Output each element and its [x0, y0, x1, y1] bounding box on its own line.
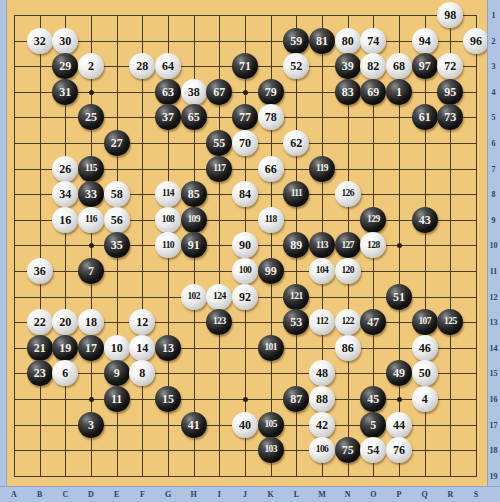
- move-number-label: 18: [85, 316, 97, 328]
- move-number-label: 28: [136, 60, 148, 72]
- stone-white-22: 22: [27, 309, 53, 335]
- move-number-label: 94: [419, 34, 431, 46]
- move-number-label: 115: [85, 163, 97, 173]
- stone-black-89: 89: [283, 232, 309, 258]
- move-number-label: 36: [34, 265, 46, 277]
- move-number-label: 91: [188, 239, 200, 251]
- stone-white-28: 28: [129, 53, 155, 79]
- move-number-label: 88: [316, 393, 328, 405]
- stone-white-124: 124: [206, 284, 232, 310]
- stone-white-36: 36: [27, 258, 53, 284]
- move-number-label: 81: [316, 34, 328, 46]
- stone-black-49: 49: [386, 360, 412, 386]
- row-label-7: 7: [487, 165, 500, 174]
- stone-white-12: 12: [129, 309, 155, 335]
- move-number-label: 62: [290, 137, 302, 149]
- move-number-label: 79: [265, 85, 277, 97]
- go-game-record-viewer: 9832305981807494962922864715239826897723…: [0, 0, 500, 502]
- move-number-label: 100: [239, 266, 251, 276]
- stone-white-32: 32: [27, 28, 53, 54]
- move-number-label: 63: [162, 85, 174, 97]
- row-label-5: 5: [487, 113, 500, 122]
- move-number-label: 83: [342, 85, 354, 97]
- stone-black-103: 103: [258, 437, 284, 463]
- move-number-label: 126: [341, 189, 353, 199]
- stone-white-6: 6: [52, 360, 78, 386]
- row-label-4: 4: [487, 88, 500, 97]
- grid-line-vertical: [476, 15, 477, 477]
- column-label-O: O: [366, 490, 380, 499]
- stone-white-34: 34: [52, 181, 78, 207]
- stone-black-41: 41: [181, 412, 207, 438]
- move-number-label: 8: [139, 367, 145, 379]
- stone-white-58: 58: [104, 181, 130, 207]
- move-number-label: 129: [367, 215, 379, 225]
- stone-black-129: 129: [360, 207, 386, 233]
- move-number-label: 6: [62, 367, 68, 379]
- stone-white-54: 54: [360, 437, 386, 463]
- stone-white-26: 26: [52, 156, 78, 182]
- move-number-label: 51: [393, 290, 405, 302]
- move-number-label: 48: [316, 367, 328, 379]
- stone-black-81: 81: [309, 28, 335, 54]
- move-number-label: 103: [264, 445, 276, 455]
- stone-white-42: 42: [309, 412, 335, 438]
- column-label-Q: Q: [418, 490, 432, 499]
- stone-black-53: 53: [283, 309, 309, 335]
- column-label-L: L: [289, 490, 303, 499]
- move-number-label: 30: [59, 34, 71, 46]
- stone-black-7: 7: [78, 258, 104, 284]
- stone-black-127: 127: [335, 232, 361, 258]
- stone-white-128: 128: [360, 232, 386, 258]
- column-label-M: M: [315, 490, 329, 499]
- stone-black-29: 29: [52, 53, 78, 79]
- stone-white-82: 82: [360, 53, 386, 79]
- stone-black-21: 21: [27, 335, 53, 361]
- stone-black-107: 107: [412, 309, 438, 335]
- stone-white-74: 74: [360, 28, 386, 54]
- stone-black-15: 15: [155, 386, 181, 412]
- move-number-label: 80: [342, 34, 354, 46]
- move-number-label: 41: [188, 418, 200, 430]
- column-label-J: J: [238, 490, 252, 499]
- move-number-label: 11: [111, 393, 122, 405]
- move-number-label: 95: [444, 85, 456, 97]
- stone-black-117: 117: [206, 156, 232, 182]
- stone-black-5: 5: [360, 412, 386, 438]
- move-number-label: 21: [34, 341, 46, 353]
- move-number-label: 9: [114, 367, 120, 379]
- move-number-label: 34: [59, 188, 71, 200]
- stone-black-17: 17: [78, 335, 104, 361]
- row-label-6: 6: [487, 139, 500, 148]
- stone-black-101: 101: [258, 335, 284, 361]
- stone-black-19: 19: [52, 335, 78, 361]
- move-number-label: 114: [162, 189, 174, 199]
- move-number-label: 116: [85, 215, 97, 225]
- stone-black-47: 47: [360, 309, 386, 335]
- stone-white-108: 108: [155, 207, 181, 233]
- column-label-S: S: [469, 490, 483, 499]
- stone-black-9: 9: [104, 360, 130, 386]
- stone-white-16: 16: [52, 207, 78, 233]
- stone-black-125: 125: [437, 309, 463, 335]
- move-number-label: 59: [290, 34, 302, 46]
- move-number-label: 85: [188, 188, 200, 200]
- stone-black-61: 61: [412, 104, 438, 130]
- stone-black-55: 55: [206, 130, 232, 156]
- row-label-3: 3: [487, 62, 500, 71]
- move-number-label: 58: [111, 188, 123, 200]
- move-number-label: 78: [265, 111, 277, 123]
- star-point: [243, 90, 248, 95]
- stone-black-69: 69: [360, 79, 386, 105]
- move-number-label: 70: [239, 137, 251, 149]
- stone-white-122: 122: [335, 309, 361, 335]
- stone-black-63: 63: [155, 79, 181, 105]
- stone-black-121: 121: [283, 284, 309, 310]
- column-label-D: D: [84, 490, 98, 499]
- column-label-N: N: [341, 490, 355, 499]
- stone-white-10: 10: [104, 335, 130, 361]
- move-number-label: 66: [265, 162, 277, 174]
- stone-white-106: 106: [309, 437, 335, 463]
- move-number-label: 72: [444, 60, 456, 72]
- row-label-1: 1: [487, 11, 500, 20]
- move-number-label: 102: [187, 291, 199, 301]
- stone-black-67: 67: [206, 79, 232, 105]
- stone-white-116: 116: [78, 207, 104, 233]
- move-number-label: 5: [370, 418, 376, 430]
- stone-white-84: 84: [232, 181, 258, 207]
- move-number-label: 53: [290, 316, 302, 328]
- move-number-label: 122: [341, 317, 353, 327]
- move-number-label: 120: [341, 266, 353, 276]
- move-number-label: 74: [367, 34, 379, 46]
- stone-white-20: 20: [52, 309, 78, 335]
- move-number-label: 46: [419, 341, 431, 353]
- move-number-label: 75: [342, 444, 354, 456]
- move-number-label: 49: [393, 367, 405, 379]
- move-number-label: 40: [239, 418, 251, 430]
- stone-white-102: 102: [181, 284, 207, 310]
- stone-white-46: 46: [412, 335, 438, 361]
- move-number-label: 84: [239, 188, 251, 200]
- stone-black-113: 113: [309, 232, 335, 258]
- stone-black-37: 37: [155, 104, 181, 130]
- move-number-label: 73: [444, 111, 456, 123]
- row-label-8: 8: [487, 190, 500, 199]
- stone-white-4: 4: [412, 386, 438, 412]
- stone-white-44: 44: [386, 412, 412, 438]
- move-number-label: 125: [444, 317, 456, 327]
- stone-black-1: 1: [386, 79, 412, 105]
- column-label-A: A: [7, 490, 21, 499]
- move-number-label: 61: [419, 111, 431, 123]
- stone-black-83: 83: [335, 79, 361, 105]
- move-number-label: 15: [162, 393, 174, 405]
- row-label-13: 13: [487, 318, 500, 327]
- stone-white-8: 8: [129, 360, 155, 386]
- move-number-label: 55: [213, 137, 225, 149]
- star-point: [89, 397, 94, 402]
- move-number-label: 31: [59, 85, 71, 97]
- move-number-label: 90: [239, 239, 251, 251]
- stone-white-40: 40: [232, 412, 258, 438]
- star-point: [89, 90, 94, 95]
- move-number-label: 107: [418, 317, 430, 327]
- stone-white-110: 110: [155, 232, 181, 258]
- stone-black-25: 25: [78, 104, 104, 130]
- stone-black-23: 23: [27, 360, 53, 386]
- left-margin-strip: [0, 0, 7, 502]
- stone-white-30: 30: [52, 28, 78, 54]
- column-label-R: R: [443, 490, 457, 499]
- stone-white-94: 94: [412, 28, 438, 54]
- move-number-label: 71: [239, 60, 251, 72]
- stone-black-31: 31: [52, 79, 78, 105]
- stone-black-115: 115: [78, 156, 104, 182]
- stone-black-77: 77: [232, 104, 258, 130]
- move-number-label: 99: [265, 265, 277, 277]
- stone-white-50: 50: [412, 360, 438, 386]
- move-number-label: 119: [316, 163, 328, 173]
- column-label-I: I: [212, 490, 226, 499]
- move-number-label: 113: [316, 240, 328, 250]
- move-number-label: 43: [419, 213, 431, 225]
- move-number-label: 124: [213, 291, 225, 301]
- move-number-label: 10: [111, 341, 123, 353]
- move-number-label: 123: [213, 317, 225, 327]
- move-number-label: 23: [34, 367, 46, 379]
- move-number-label: 87: [290, 393, 302, 405]
- stone-black-97: 97: [412, 53, 438, 79]
- column-label-P: P: [392, 490, 406, 499]
- stone-black-51: 51: [386, 284, 412, 310]
- stone-white-86: 86: [335, 335, 361, 361]
- row-label-10: 10: [487, 241, 500, 250]
- move-number-label: 118: [265, 215, 277, 225]
- move-number-label: 97: [419, 60, 431, 72]
- move-number-label: 3: [88, 418, 94, 430]
- stone-black-123: 123: [206, 309, 232, 335]
- move-number-label: 77: [239, 111, 251, 123]
- move-number-label: 127: [341, 240, 353, 250]
- move-number-label: 4: [422, 393, 428, 405]
- move-number-label: 26: [59, 162, 71, 174]
- row-label-14: 14: [487, 344, 500, 353]
- stone-black-33: 33: [78, 181, 104, 207]
- stone-white-70: 70: [232, 130, 258, 156]
- move-number-label: 82: [367, 60, 379, 72]
- stone-white-14: 14: [129, 335, 155, 361]
- move-number-label: 13: [162, 341, 174, 353]
- move-number-label: 56: [111, 213, 123, 225]
- move-number-label: 37: [162, 111, 174, 123]
- stone-white-76: 76: [386, 437, 412, 463]
- row-label-2: 2: [487, 37, 500, 46]
- column-label-B: B: [33, 490, 47, 499]
- column-label-K: K: [264, 490, 278, 499]
- stone-white-80: 80: [335, 28, 361, 54]
- stone-black-85: 85: [181, 181, 207, 207]
- move-number-label: 52: [290, 60, 302, 72]
- move-number-label: 47: [367, 316, 379, 328]
- star-point: [397, 243, 402, 248]
- move-number-label: 92: [239, 290, 251, 302]
- move-number-label: 76: [393, 444, 405, 456]
- stone-black-79: 79: [258, 79, 284, 105]
- move-number-label: 1: [396, 85, 402, 97]
- stone-black-65: 65: [181, 104, 207, 130]
- stone-black-91: 91: [181, 232, 207, 258]
- move-number-label: 86: [342, 341, 354, 353]
- row-label-19: 19: [487, 472, 500, 481]
- row-label-9: 9: [487, 216, 500, 225]
- move-number-label: 68: [393, 60, 405, 72]
- stone-white-114: 114: [155, 181, 181, 207]
- stone-black-45: 45: [360, 386, 386, 412]
- move-number-label: 69: [367, 85, 379, 97]
- move-number-label: 33: [85, 188, 97, 200]
- stone-white-112: 112: [309, 309, 335, 335]
- star-point: [243, 397, 248, 402]
- stone-black-39: 39: [335, 53, 361, 79]
- stone-black-99: 99: [258, 258, 284, 284]
- move-number-label: 104: [316, 266, 328, 276]
- stone-white-100: 100: [232, 258, 258, 284]
- move-number-label: 14: [136, 341, 148, 353]
- stone-black-119: 119: [309, 156, 335, 182]
- stone-black-95: 95: [437, 79, 463, 105]
- stone-white-88: 88: [309, 386, 335, 412]
- move-number-label: 105: [264, 419, 276, 429]
- move-number-label: 39: [342, 60, 354, 72]
- stone-black-35: 35: [104, 232, 130, 258]
- move-number-label: 35: [111, 239, 123, 251]
- stone-black-71: 71: [232, 53, 258, 79]
- stone-black-73: 73: [437, 104, 463, 130]
- column-label-F: F: [135, 490, 149, 499]
- move-number-label: 32: [34, 34, 46, 46]
- stone-white-52: 52: [283, 53, 309, 79]
- stone-black-11: 11: [104, 386, 130, 412]
- move-number-label: 54: [367, 444, 379, 456]
- stone-black-43: 43: [412, 207, 438, 233]
- stone-white-96: 96: [463, 28, 489, 54]
- move-number-label: 27: [111, 137, 123, 149]
- stone-white-120: 120: [335, 258, 361, 284]
- stone-white-62: 62: [283, 130, 309, 156]
- move-number-label: 45: [367, 393, 379, 405]
- move-number-label: 96: [470, 34, 482, 46]
- row-label-11: 11: [487, 267, 500, 276]
- stone-black-27: 27: [104, 130, 130, 156]
- grid-line-horizontal: [14, 476, 477, 477]
- move-number-label: 109: [187, 215, 199, 225]
- move-number-label: 17: [85, 341, 97, 353]
- move-number-label: 65: [188, 111, 200, 123]
- star-point: [89, 243, 94, 248]
- stone-white-90: 90: [232, 232, 258, 258]
- move-number-label: 7: [88, 265, 94, 277]
- move-number-label: 106: [316, 445, 328, 455]
- column-label-H: H: [187, 490, 201, 499]
- move-number-label: 20: [59, 316, 71, 328]
- move-number-label: 29: [59, 60, 71, 72]
- row-label-16: 16: [487, 395, 500, 404]
- row-label-15: 15: [487, 369, 500, 378]
- column-label-E: E: [110, 490, 124, 499]
- move-number-label: 110: [162, 240, 174, 250]
- move-number-label: 25: [85, 111, 97, 123]
- stone-white-126: 126: [335, 181, 361, 207]
- move-number-label: 2: [88, 60, 94, 72]
- move-number-label: 128: [367, 240, 379, 250]
- row-label-17: 17: [487, 421, 500, 430]
- stone-white-66: 66: [258, 156, 284, 182]
- column-label-C: C: [58, 490, 72, 499]
- stone-white-78: 78: [258, 104, 284, 130]
- stone-white-56: 56: [104, 207, 130, 233]
- move-number-label: 50: [419, 367, 431, 379]
- move-number-label: 22: [34, 316, 46, 328]
- stone-black-3: 3: [78, 412, 104, 438]
- row-label-18: 18: [487, 446, 500, 455]
- stone-black-75: 75: [335, 437, 361, 463]
- stone-white-38: 38: [181, 79, 207, 105]
- stone-white-92: 92: [232, 284, 258, 310]
- stone-white-98: 98: [437, 2, 463, 28]
- move-number-label: 64: [162, 60, 174, 72]
- move-number-label: 111: [291, 189, 302, 199]
- move-number-label: 112: [316, 317, 328, 327]
- stone-white-18: 18: [78, 309, 104, 335]
- move-number-label: 44: [393, 418, 405, 430]
- move-number-label: 42: [316, 418, 328, 430]
- stone-black-109: 109: [181, 207, 207, 233]
- move-number-label: 101: [264, 343, 276, 353]
- move-number-label: 117: [213, 163, 225, 173]
- move-number-label: 19: [59, 341, 71, 353]
- stone-black-105: 105: [258, 412, 284, 438]
- stone-black-111: 111: [283, 181, 309, 207]
- move-number-label: 98: [444, 9, 456, 21]
- stone-white-64: 64: [155, 53, 181, 79]
- stone-white-48: 48: [309, 360, 335, 386]
- move-number-label: 121: [290, 291, 302, 301]
- move-number-label: 12: [136, 316, 148, 328]
- column-label-G: G: [161, 490, 175, 499]
- stone-white-68: 68: [386, 53, 412, 79]
- star-point: [397, 397, 402, 402]
- stone-black-13: 13: [155, 335, 181, 361]
- stone-white-2: 2: [78, 53, 104, 79]
- move-number-label: 16: [59, 213, 71, 225]
- stone-white-104: 104: [309, 258, 335, 284]
- stone-black-87: 87: [283, 386, 309, 412]
- stone-black-59: 59: [283, 28, 309, 54]
- move-number-label: 67: [213, 85, 225, 97]
- move-number-label: 38: [188, 85, 200, 97]
- stone-white-72: 72: [437, 53, 463, 79]
- stone-white-118: 118: [258, 207, 284, 233]
- row-label-12: 12: [487, 293, 500, 302]
- move-number-label: 108: [162, 215, 174, 225]
- move-number-label: 89: [290, 239, 302, 251]
